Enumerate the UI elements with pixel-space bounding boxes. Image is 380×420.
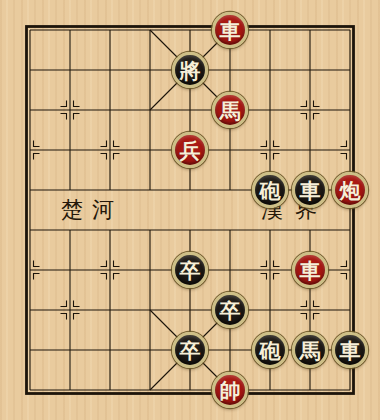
red-horse-glyph: 馬	[220, 100, 241, 121]
piece-black-cannon[interactable]: 砲	[252, 172, 288, 208]
piece-black-soldier[interactable]: 卒	[212, 292, 248, 328]
piece-black-general[interactable]: 將	[172, 52, 208, 88]
black-soldier-glyph: 卒	[220, 300, 241, 321]
piece-black-soldier[interactable]: 卒	[172, 332, 208, 368]
pieces-layer: 車將馬兵砲車炮卒車卒卒砲馬車帥	[0, 0, 380, 420]
piece-red-general[interactable]: 帥	[212, 372, 248, 408]
piece-black-horse[interactable]: 馬	[292, 332, 328, 368]
xiangqi-board: 楚 河 漢 界 車將馬兵砲車炮卒車卒卒砲馬車帥	[0, 0, 380, 420]
piece-black-chariot[interactable]: 車	[292, 172, 328, 208]
piece-red-soldier[interactable]: 兵	[172, 132, 208, 168]
black-soldier-glyph: 卒	[180, 260, 201, 281]
black-cannon-glyph: 砲	[260, 180, 281, 201]
piece-red-horse[interactable]: 馬	[212, 92, 248, 128]
red-chariot-glyph: 車	[300, 260, 321, 281]
black-soldier-glyph: 卒	[180, 340, 201, 361]
red-general-glyph: 帥	[220, 380, 241, 401]
piece-black-soldier[interactable]: 卒	[172, 252, 208, 288]
red-chariot-glyph: 車	[220, 20, 241, 41]
black-cannon-glyph: 砲	[260, 340, 281, 361]
black-chariot-glyph: 車	[340, 340, 361, 361]
piece-red-cannon[interactable]: 炮	[332, 172, 368, 208]
piece-black-cannon[interactable]: 砲	[252, 332, 288, 368]
black-chariot-glyph: 車	[300, 180, 321, 201]
piece-black-chariot[interactable]: 車	[332, 332, 368, 368]
piece-red-chariot[interactable]: 車	[212, 12, 248, 48]
black-horse-glyph: 馬	[300, 340, 321, 361]
red-soldier-glyph: 兵	[180, 140, 201, 161]
black-general-glyph: 將	[180, 60, 201, 81]
red-cannon-glyph: 炮	[340, 180, 361, 201]
piece-red-chariot[interactable]: 車	[292, 252, 328, 288]
